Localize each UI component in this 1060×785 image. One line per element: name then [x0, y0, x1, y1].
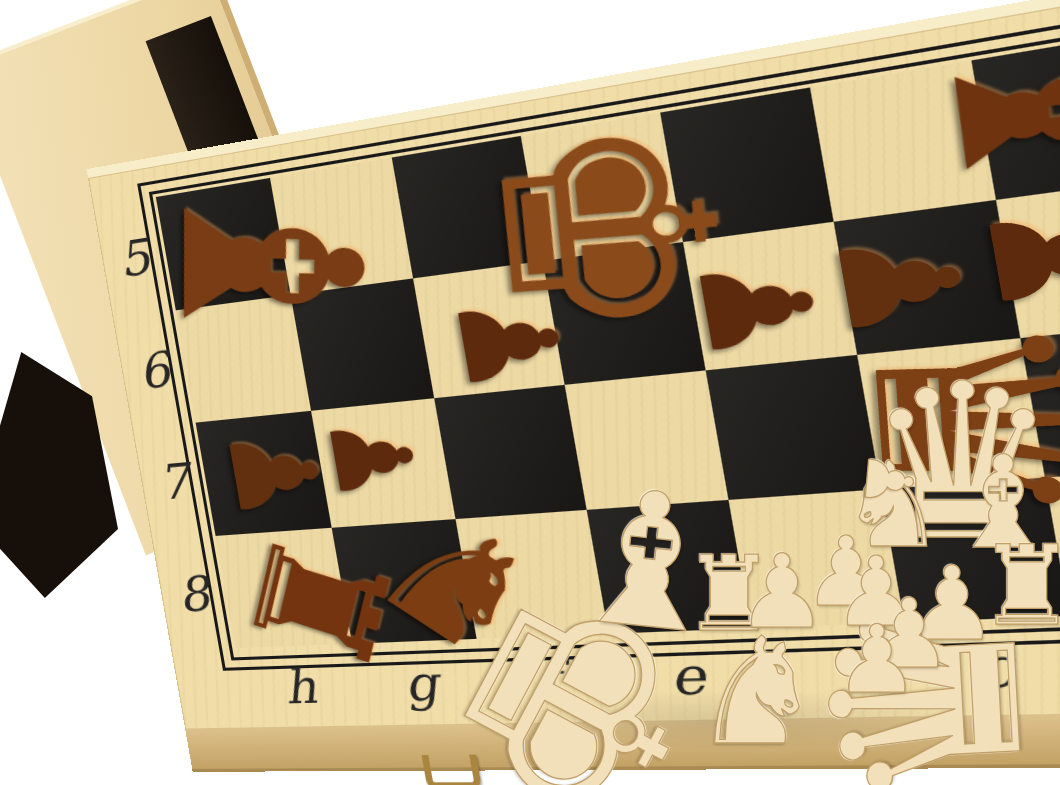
light-pawn-scattered: ♟ — [835, 613, 919, 707]
scattered-light-pieces-layer: ♚♛♛♝♝♜♜♞♞♟♟♟♟♟♟♟ — [0, 0, 1060, 785]
product-photo-scene: 55667788hgfecba ♝♚♝♟♟♟♟♟♟♟♟♛♞♜♜♞ ♚♛♛♝♝♜♜… — [0, 0, 1060, 785]
light-pawn-scattered: ♟ — [855, 449, 924, 512]
